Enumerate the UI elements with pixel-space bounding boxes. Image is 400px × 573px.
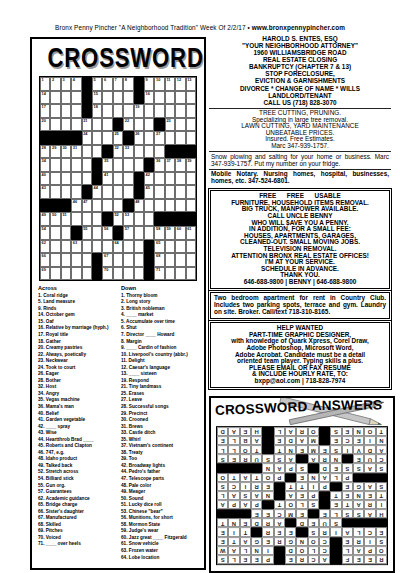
grid-cell <box>113 267 123 281</box>
grid-cell <box>102 199 112 213</box>
answer-cell: S <box>274 454 285 463</box>
answer-black-cell <box>285 518 296 527</box>
grid-cell <box>61 253 71 267</box>
answer-letter: R <box>323 456 327 462</box>
answer-cell: E <box>251 555 262 564</box>
answer-letter: S <box>334 447 338 453</box>
cell-number: 49 <box>42 213 46 217</box>
answer-letter: E <box>334 502 338 508</box>
answer-black-cell <box>330 546 341 555</box>
grid-cell: 2 <box>50 77 60 91</box>
answer-cell: E <box>342 427 353 436</box>
answer-cell: O <box>296 546 307 555</box>
answer-black-cell <box>308 509 319 518</box>
ad-block: HELP WANTEDPART-TIME GRAPHIC DESIGNER,wi… <box>210 322 390 387</box>
answer-black-cell <box>319 427 330 436</box>
answer-black-cell <box>296 528 307 537</box>
answer-letter: S <box>379 465 383 471</box>
answer-cell: R <box>251 482 262 491</box>
answer-cell: E <box>296 491 307 500</box>
answer-cell: R <box>319 528 330 537</box>
grid-cell <box>186 131 196 145</box>
answer-letter: E <box>323 447 327 453</box>
ad-line: BANKRUPTCY (CHAPTER 7 & 13) <box>211 63 389 70</box>
grid-cell <box>123 172 133 186</box>
grid-cell: 33 <box>123 145 133 159</box>
grid-cell: 49 <box>40 212 50 226</box>
answer-letter: N <box>232 520 236 526</box>
answer-cell: H <box>376 509 387 518</box>
answer-cell: E <box>251 509 262 518</box>
answer-cell: C <box>342 436 353 445</box>
answer-letter: T <box>380 429 384 435</box>
grid-cell <box>113 158 123 172</box>
answer-cell: I <box>308 482 319 491</box>
grid-cell <box>165 91 175 105</box>
cell-number: 40 <box>42 173 46 177</box>
answer-black-cell <box>364 473 375 482</box>
grid-cell <box>61 185 71 199</box>
answer-cell: A <box>308 454 319 463</box>
grid-cell <box>165 131 175 145</box>
answer-cell: U <box>364 454 375 463</box>
answer-cell: S <box>342 509 353 518</box>
answer-cell: A <box>364 482 375 491</box>
grid-cell <box>123 158 133 172</box>
answer-cell: T <box>251 445 262 454</box>
ad-block: HAROLD S. ENTES, ESQ"YOUR NEIGHBORHOOD A… <box>209 33 391 109</box>
grid-cell: 4 <box>71 77 81 91</box>
grid-cell <box>175 104 185 118</box>
answer-black-cell <box>217 464 228 473</box>
answer-letter: E <box>255 557 259 563</box>
answer-letter: T <box>289 484 293 490</box>
black-cell <box>102 145 112 159</box>
answer-cell: L <box>330 473 341 482</box>
cell-number: 47 <box>83 200 87 204</box>
answer-letter: S <box>277 456 281 462</box>
answer-cell: E <box>262 509 273 518</box>
ad-text: Snow plowing and salting for your home o… <box>211 154 389 168</box>
answer-cell: A <box>228 427 239 436</box>
answer-letter: D <box>255 520 259 526</box>
ad-text: Two bedroom apartment for rent in Countr… <box>214 295 386 316</box>
grid-cell: 44 <box>92 185 102 199</box>
cell-number: 31 <box>73 146 77 150</box>
answer-letter: E <box>300 493 304 499</box>
answer-black-cell <box>308 464 319 473</box>
answer-letter: E <box>266 511 270 517</box>
cell-number: 62 <box>42 241 46 245</box>
answer-cell: D <box>251 518 262 527</box>
answer-letter: P <box>232 502 236 508</box>
answer-cell: A <box>285 454 296 463</box>
answer-cell: E <box>330 464 341 473</box>
ad-line: DIVORCE * CHANGE OF NAME * WILLS <box>211 85 389 92</box>
answer-cell: M <box>308 436 319 445</box>
grid-cell: 23 <box>165 118 175 132</box>
answer-letter: U <box>323 520 327 526</box>
answer-cell: I <box>376 500 387 509</box>
answer-cell: E <box>274 528 285 537</box>
grid-cell <box>71 185 81 199</box>
grid-cell <box>186 199 196 213</box>
answer-letter: S <box>334 429 338 435</box>
answer-letter: R <box>357 538 361 544</box>
answer-black-cell <box>262 500 273 509</box>
grid-cell: 69 <box>40 267 50 281</box>
answer-cell: C <box>376 454 387 463</box>
grid-cell <box>92 199 102 213</box>
answer-cell: N <box>251 546 262 555</box>
grid-cell: 9 <box>144 77 154 91</box>
grid-cell <box>92 240 102 254</box>
answer-black-cell <box>262 445 273 454</box>
answer-letter: A <box>368 465 372 471</box>
cell-number: 66 <box>42 254 46 258</box>
cell-number: 20 <box>42 119 46 123</box>
answer-black-cell <box>319 491 330 500</box>
cell-number: 24 <box>83 132 87 136</box>
grid-cell <box>175 240 185 254</box>
answer-letter: I <box>335 529 337 535</box>
grid-cell <box>50 253 60 267</box>
grid-cell <box>144 118 154 132</box>
black-cell <box>92 253 102 267</box>
answer-cell: S <box>330 518 341 527</box>
cell-number: 65 <box>156 241 160 245</box>
cell-number: 63 <box>73 241 77 245</box>
grid-cell <box>134 226 144 240</box>
answer-cell: S <box>308 528 319 537</box>
grid-cell: 63 <box>71 240 81 254</box>
answer-cell: I <box>364 537 375 546</box>
cell-number: 12 <box>177 78 181 82</box>
answer-cell: D <box>319 464 330 473</box>
answer-cell: E <box>228 454 239 463</box>
grid-cell <box>113 91 123 105</box>
black-cell <box>134 185 144 199</box>
answer-cell: E <box>240 427 251 436</box>
answer-cell: E <box>330 500 341 509</box>
grid-cell <box>102 240 112 254</box>
answer-cell: O <box>364 427 375 436</box>
answer-letter: A <box>345 529 349 535</box>
answer-cell: D <box>296 518 307 527</box>
black-cell <box>134 77 144 91</box>
grid-cell <box>113 253 123 267</box>
answer-letter: L <box>312 548 316 554</box>
cell-number: 4 <box>73 78 75 82</box>
answer-cell: I <box>364 436 375 445</box>
grid-cell: 42 <box>144 172 154 186</box>
cell-number: 70 <box>104 268 108 272</box>
answer-letter: L <box>334 474 338 480</box>
answer-letter: N <box>357 493 361 499</box>
clue-lists: Across 1. Coral ridge5. Land measure9. R… <box>32 281 204 561</box>
grid-cell <box>186 172 196 186</box>
answer-black-cell <box>342 454 353 463</box>
answer-cell: T <box>376 427 387 436</box>
answer-letter: C <box>232 484 236 490</box>
answer-cell: A <box>353 546 364 555</box>
grid-cell <box>102 118 112 132</box>
answer-letter: O <box>300 548 305 554</box>
masthead-website: www.bronxpennypincher.com <box>252 24 345 31</box>
answer-letter: I <box>347 447 349 453</box>
answer-letter: S <box>357 465 361 471</box>
answer-letter: O <box>266 474 271 480</box>
grid-cell: 24 <box>82 131 92 145</box>
cell-number: 6 <box>104 78 106 82</box>
answer-cell: A <box>319 473 330 482</box>
crossword-grid: 1234567891011121314151617181920212223242… <box>39 76 197 281</box>
answer-letter: L <box>300 502 304 508</box>
answer-black-cell <box>296 454 307 463</box>
grid-cell <box>92 118 102 132</box>
black-cell <box>123 131 133 145</box>
answer-black-cell <box>274 555 285 564</box>
answer-cell: S <box>217 555 228 564</box>
grid-cell <box>165 267 175 281</box>
answer-cell: H <box>251 427 262 436</box>
answer-letter: A <box>300 438 304 444</box>
answer-letter: I <box>245 484 247 490</box>
grid-cell <box>144 226 154 240</box>
answer-cell: C <box>319 537 330 546</box>
answer-letter: A <box>277 520 281 526</box>
grid-cell: 56 <box>102 226 112 240</box>
answer-letter: E <box>334 438 338 444</box>
answer-cell: P <box>319 482 330 491</box>
grid-cell: 30 <box>61 145 71 159</box>
answer-letter: O <box>311 538 316 544</box>
answer-letter: A <box>232 548 236 554</box>
answer-cell: C <box>274 509 285 518</box>
grid-cell: 39 <box>186 158 196 172</box>
cell-number: 5 <box>94 78 96 82</box>
answer-black-cell <box>330 482 341 491</box>
grid-cell <box>50 118 60 132</box>
grid-cell <box>165 253 175 267</box>
answer-cell: I <box>262 546 273 555</box>
grid-cell: 32 <box>113 145 123 159</box>
answer-letter: V <box>357 447 361 453</box>
cell-number: 60 <box>177 227 181 231</box>
cell-number: 43 <box>42 186 46 190</box>
answer-black-cell <box>376 473 387 482</box>
cell-number: 61 <box>187 227 191 231</box>
answer-cell: S <box>308 500 319 509</box>
cell-number: 18 <box>94 105 98 109</box>
answer-letter: S <box>379 484 383 490</box>
answer-letter: R <box>266 520 270 526</box>
cell-number: 22 <box>125 119 129 123</box>
answer-cell: S <box>330 427 341 436</box>
answer-letter: N <box>255 548 259 554</box>
answer-letter: P <box>345 474 349 480</box>
answer-letter: E <box>345 484 349 490</box>
grid-cell: 7 <box>113 77 123 91</box>
cell-number: 37 <box>166 159 170 163</box>
answer-letter: L <box>357 529 361 535</box>
grid-cell <box>61 91 71 105</box>
answer-cell: P <box>274 473 285 482</box>
down-header: Down <box>121 285 199 293</box>
grid-cell <box>175 118 185 132</box>
grid-cell: 22 <box>123 118 133 132</box>
cell-number: 52 <box>114 213 118 217</box>
answer-cell: I <box>228 528 239 537</box>
answer-cell: O <box>240 445 251 454</box>
across-column: Across 1. Coral ridge5. Land measure9. R… <box>38 285 116 561</box>
answer-cell: E <box>217 528 228 537</box>
answer-cell: P <box>308 491 319 500</box>
answer-letter: L <box>232 438 236 444</box>
answer-letter: L <box>221 447 225 453</box>
grid-cell <box>144 212 154 226</box>
grid-cell: 64 <box>113 240 123 254</box>
cell-number: 55 <box>83 227 87 231</box>
answer-cell: A <box>251 491 262 500</box>
answer-letter: E <box>368 557 372 563</box>
answer-letter: M <box>311 447 316 453</box>
grid-cell: 53 <box>123 212 133 226</box>
black-cell <box>82 185 92 199</box>
answer-cell: E <box>319 445 330 454</box>
answer-letter: R <box>300 557 304 563</box>
black-cell <box>71 131 81 145</box>
answer-cell: V <box>353 445 364 454</box>
answer-letter: N <box>266 465 270 471</box>
grid-cell: 18 <box>92 104 102 118</box>
answer-letter: D <box>221 429 225 435</box>
answer-letter: N <box>300 538 304 544</box>
answer-cell: E <box>342 537 353 546</box>
answer-black-cell <box>376 518 387 527</box>
black-cell <box>154 212 164 226</box>
grid-cell <box>165 172 175 186</box>
grid-cell: 43 <box>40 185 50 199</box>
cell-number: 64 <box>114 241 118 245</box>
answer-letter: I <box>381 502 383 508</box>
down-column: Down 1. Thorny bloom2. Long story3. Brit… <box>121 285 199 561</box>
answer-letter: E <box>368 493 372 499</box>
answer-black-cell <box>274 482 285 491</box>
answer-letter: O <box>311 429 316 435</box>
grid-cell <box>113 172 123 186</box>
answer-letter: T <box>255 447 259 453</box>
cell-number: 15 <box>94 92 98 96</box>
ad-block: TREE CUTTING, PRUNING.Specializing in la… <box>209 109 391 153</box>
answer-letter: S <box>221 484 225 490</box>
cell-number: 50 <box>52 213 56 217</box>
grid-cell <box>134 118 144 132</box>
answer-cell: I <box>330 528 341 537</box>
black-cell <box>144 158 154 172</box>
black-cell <box>186 212 196 226</box>
grid-cell <box>144 104 154 118</box>
cell-number: 27 <box>156 132 160 136</box>
answer-cell: N <box>262 464 273 473</box>
answer-cell: T <box>274 445 285 454</box>
answer-letter: B <box>243 438 247 444</box>
grid-cell: 40 <box>40 172 50 186</box>
answer-cell: R <box>364 500 375 509</box>
answer-cell: A <box>353 500 364 509</box>
grid-cell <box>175 91 185 105</box>
grid-cell <box>165 185 175 199</box>
cell-number: 53 <box>125 213 129 217</box>
cell-number: 59 <box>166 227 170 231</box>
grid-cell <box>61 267 71 281</box>
answer-cell: N <box>228 518 239 527</box>
grid-cell: 11 <box>165 77 175 91</box>
answer-cell: E <box>285 528 296 537</box>
black-cell <box>175 145 185 159</box>
grid-cell: 26 <box>134 131 144 145</box>
grid-cell: 35 <box>102 158 112 172</box>
answer-letter: M <box>288 511 293 517</box>
answer-cell: R <box>376 555 387 564</box>
answer-cell: T <box>217 518 228 527</box>
answer-cell: N <box>308 473 319 482</box>
answer-cell: T <box>251 473 262 482</box>
answer-cell: P <box>364 546 375 555</box>
answer-cell: M <box>285 509 296 518</box>
answer-letter: E <box>243 429 247 435</box>
answer-cell: E <box>330 436 341 445</box>
cell-number: 14 <box>42 92 46 96</box>
answer-letter: I <box>267 548 269 554</box>
answer-cell: T <box>274 500 285 509</box>
cell-number: 69 <box>42 268 46 272</box>
answer-cell: A <box>251 436 262 445</box>
grid-cell: 38 <box>175 158 185 172</box>
black-cell <box>92 267 102 281</box>
cell-number: 1 <box>42 78 44 82</box>
grid-cell: 45 <box>144 185 154 199</box>
black-cell <box>144 253 154 267</box>
answer-letter: O <box>368 429 373 435</box>
answer-letter: E <box>221 529 225 535</box>
answer-letter: H <box>255 429 259 435</box>
ad-line: 1960 WILLIAMSBRIDGE ROAD <box>211 49 389 56</box>
answer-cell: T <box>228 537 239 546</box>
answer-letter: S <box>334 520 338 526</box>
answer-letter: N <box>334 456 338 462</box>
answer-letter: G <box>356 484 361 490</box>
grid-cell <box>123 91 133 105</box>
answer-cell: S <box>330 445 341 454</box>
ad-line: CALL US (718) 828-3070 <box>211 99 389 106</box>
answer-cell: P <box>262 555 273 564</box>
grid-cell <box>186 118 196 132</box>
down-clues: 1. Thorny bloom2. Long story3. British n… <box>121 293 199 561</box>
answer-cell: E <box>364 555 375 564</box>
answer-cell: B <box>240 436 251 445</box>
grid-cell <box>113 185 123 199</box>
grid-cell: 67 <box>102 253 112 267</box>
answer-cell: L <box>353 528 364 537</box>
grid-cell <box>61 118 71 132</box>
answer-cell: N <box>296 537 307 546</box>
grid-cell: 60 <box>175 226 185 240</box>
grid-cell <box>82 145 92 159</box>
answer-letter: A <box>221 502 225 508</box>
answer-cell: A <box>240 537 251 546</box>
answer-letter: E <box>277 438 281 444</box>
